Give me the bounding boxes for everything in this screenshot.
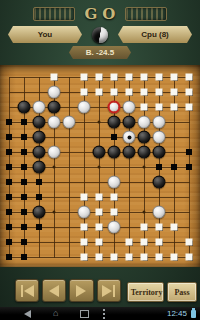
black-stone (33, 146, 46, 159)
white-territory-marker (81, 224, 88, 231)
black-stone (153, 146, 166, 159)
white-territory-marker (96, 239, 103, 246)
black-territory-marker (6, 194, 12, 200)
black-territory-marker (6, 239, 12, 245)
black-territory-marker (36, 224, 42, 230)
white-territory-marker (81, 194, 88, 201)
white-territory-marker (111, 74, 118, 81)
white-territory-marker (141, 239, 148, 246)
first-move-button[interactable] (15, 279, 39, 302)
white-territory-marker (171, 254, 178, 261)
black-stone (108, 146, 121, 159)
recents-icon[interactable] (80, 310, 89, 318)
skip-to-end-icon (113, 285, 115, 297)
white-territory-marker (141, 104, 148, 111)
arrow-left-icon (24, 285, 34, 297)
black-territory-marker (111, 134, 117, 140)
black-stone (33, 116, 46, 129)
player-you-plate: You (8, 26, 82, 43)
white-territory-marker (171, 74, 178, 81)
white-stone-dot-marked (123, 131, 136, 144)
white-territory-marker (96, 209, 103, 216)
white-territory-marker (171, 224, 178, 231)
white-territory-marker (156, 74, 163, 81)
android-navbar: ⌂ 12:45 (0, 307, 200, 320)
white-territory-marker (186, 239, 193, 246)
white-territory-marker (96, 89, 103, 96)
white-territory-marker (186, 89, 193, 96)
white-territory-marker (126, 239, 133, 246)
white-territory-marker (96, 224, 103, 231)
black-territory-marker (171, 164, 177, 170)
back-icon[interactable] (24, 310, 31, 318)
black-territory-marker (6, 179, 12, 185)
white-territory-marker (141, 74, 148, 81)
next-move-button[interactable] (69, 279, 93, 302)
ornament-left-icon (33, 7, 75, 21)
white-stone (48, 116, 61, 129)
skip-to-start-icon (21, 285, 23, 297)
white-territory-marker (81, 74, 88, 81)
turn-sphere-icon (92, 27, 108, 43)
black-territory-marker (6, 119, 12, 125)
header: GO You Cpu (8) B. -24.5 (0, 0, 200, 65)
white-stone (78, 206, 91, 219)
white-stone (123, 101, 136, 114)
white-stone (153, 131, 166, 144)
arrow-right-icon (102, 285, 112, 297)
black-stone (153, 176, 166, 189)
player-plates-row: You Cpu (8) (0, 23, 200, 43)
last-move-button[interactable] (97, 279, 121, 302)
black-stone (138, 131, 151, 144)
white-territory-marker (141, 89, 148, 96)
stone-dot-marker (127, 135, 131, 139)
white-territory-marker (96, 254, 103, 261)
black-territory-marker (6, 164, 12, 170)
territory-button[interactable]: Territory (127, 282, 164, 302)
black-stone (33, 161, 46, 174)
white-territory-marker (171, 89, 178, 96)
prev-move-button[interactable] (42, 279, 66, 302)
white-stone (63, 116, 76, 129)
black-territory-marker (21, 224, 27, 230)
black-territory-marker (6, 254, 12, 260)
white-territory-marker (156, 239, 163, 246)
hoshi-point (143, 211, 146, 214)
black-territory-marker (6, 149, 12, 155)
player-cpu-plate: Cpu (8) (118, 26, 192, 43)
hoshi-point (143, 166, 146, 169)
black-territory-marker (21, 239, 27, 245)
black-territory-marker (21, 149, 27, 155)
black-territory-marker (156, 164, 162, 170)
black-stone (18, 101, 31, 114)
black-stone (138, 146, 151, 159)
arrow-right-icon (76, 285, 86, 297)
black-stone (123, 116, 136, 129)
score-estimate-label: B. -24.5 (86, 48, 114, 57)
white-stone-last-move (108, 101, 121, 114)
white-territory-marker (51, 74, 58, 81)
white-stone (78, 101, 91, 114)
white-territory-marker (126, 89, 133, 96)
black-territory-marker (186, 149, 192, 155)
white-territory-marker (81, 239, 88, 246)
ornament-right-icon (125, 7, 167, 21)
white-territory-marker (126, 254, 133, 261)
white-territory-marker (156, 254, 163, 261)
player-cpu-label: Cpu (8) (141, 30, 169, 39)
white-territory-marker (111, 254, 118, 261)
black-territory-marker (21, 119, 27, 125)
battery-icon (191, 310, 196, 318)
white-territory-marker (186, 74, 193, 81)
black-territory-marker (36, 194, 42, 200)
go-app: GO You Cpu (8) B. -24.5 (0, 0, 200, 320)
white-territory-marker (111, 89, 118, 96)
arrow-left-icon (49, 285, 59, 297)
black-stone (33, 131, 46, 144)
white-stone (153, 116, 166, 129)
white-stone (33, 101, 46, 114)
black-stone (108, 116, 121, 129)
white-territory-marker (81, 89, 88, 96)
white-stone (108, 221, 121, 234)
white-stone (48, 86, 61, 99)
white-territory-marker (111, 209, 118, 216)
white-territory-marker (96, 74, 103, 81)
score-estimate-badge: B. -24.5 (69, 46, 131, 59)
app-title: GO (80, 5, 121, 23)
white-territory-marker (141, 254, 148, 261)
black-territory-marker (21, 179, 27, 185)
white-territory-marker (126, 74, 133, 81)
white-territory-marker (186, 104, 193, 111)
white-stone (153, 206, 166, 219)
black-stone (93, 146, 106, 159)
black-territory-marker (6, 209, 12, 215)
white-territory-marker (156, 224, 163, 231)
clock: 12:45 (167, 309, 187, 318)
white-stone (108, 176, 121, 189)
black-territory-marker (21, 194, 27, 200)
white-territory-marker (96, 194, 103, 201)
white-territory-marker (171, 104, 178, 111)
white-stone (138, 116, 151, 129)
home-icon[interactable]: ⌂ (53, 309, 58, 318)
black-stone (48, 101, 61, 114)
hoshi-point (98, 121, 101, 124)
go-board[interactable] (0, 65, 200, 267)
hoshi-point (53, 166, 56, 169)
white-territory-marker (141, 224, 148, 231)
pass-button[interactable]: Pass (167, 282, 197, 302)
black-territory-marker (21, 134, 27, 140)
player-you-label: You (38, 30, 53, 39)
black-stone (123, 146, 136, 159)
hoshi-point (98, 166, 101, 169)
black-territory-marker (186, 164, 192, 170)
white-territory-marker (81, 254, 88, 261)
black-territory-marker (21, 164, 27, 170)
white-territory-marker (156, 89, 163, 96)
black-territory-marker (6, 224, 12, 230)
white-territory-marker (186, 254, 193, 261)
title-row: GO (0, 0, 200, 23)
black-territory-marker (36, 179, 42, 185)
white-territory-marker (156, 104, 163, 111)
menu-overflow-icon[interactable] (103, 309, 105, 319)
black-territory-marker (21, 209, 27, 215)
black-territory-marker (21, 254, 27, 260)
black-territory-marker (6, 134, 12, 140)
white-territory-marker (111, 194, 118, 201)
controls-bar: Territory Pass (0, 267, 200, 307)
white-stone (48, 146, 61, 159)
black-stone (33, 206, 46, 219)
hoshi-point (53, 211, 56, 214)
